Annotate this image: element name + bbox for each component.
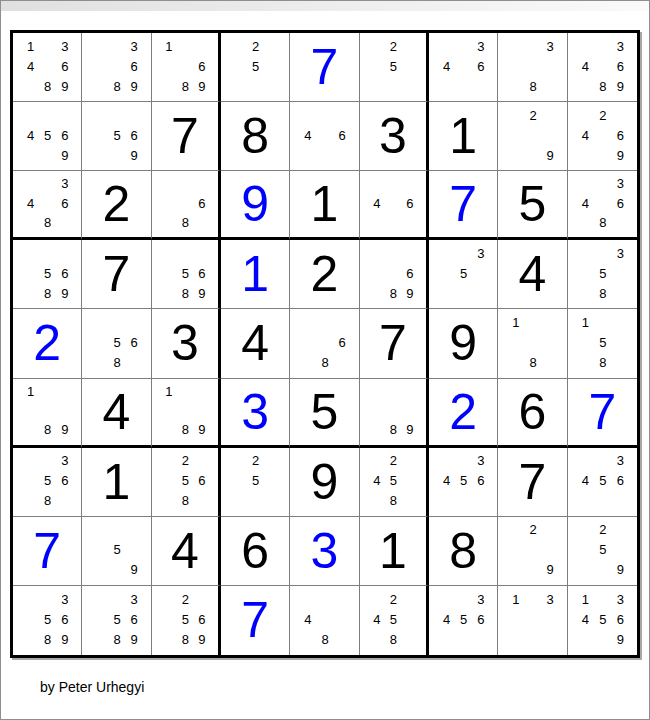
- cell-r6c3[interactable]: 189: [152, 379, 221, 448]
- given-digit: 4: [82, 379, 150, 445]
- cell-r3c4[interactable]: 9: [221, 171, 290, 240]
- candidate-slot: 6: [126, 609, 143, 629]
- cell-r1c8[interactable]: 38: [498, 33, 567, 102]
- candidate-slot: [542, 76, 559, 96]
- cell-r6c4[interactable]: 3: [221, 379, 290, 448]
- candidate-slot: 5: [39, 263, 56, 283]
- candidate-slot: [385, 76, 401, 96]
- candidate-slot: 1: [577, 312, 594, 332]
- candidate-slot: [299, 353, 316, 373]
- candidate-slot: [507, 353, 524, 373]
- candidate-slot: 6: [402, 194, 418, 213]
- candidate-slot: [22, 105, 39, 125]
- candidate-slot: [438, 283, 455, 303]
- candidate-slot: [126, 105, 143, 125]
- cell-r3c1[interactable]: 3468: [13, 171, 82, 240]
- candidate-slot: [524, 589, 541, 609]
- candidates: 46: [290, 102, 358, 170]
- candidate-slot: 5: [108, 540, 125, 560]
- candidate-slot: 6: [194, 471, 210, 491]
- cell-r9c8[interactable]: 13: [498, 586, 567, 655]
- cell-r7c2[interactable]: 1: [82, 448, 151, 517]
- candidate-slot: 5: [39, 471, 56, 491]
- candidate-slot: [230, 451, 247, 471]
- candidate-slot: 9: [126, 560, 143, 580]
- candidate-slot: [161, 401, 177, 420]
- candidate-slot: [577, 491, 594, 511]
- candidate-slot: [612, 263, 629, 283]
- candidate-slot: [299, 630, 316, 650]
- candidate-slot: 9: [56, 145, 73, 165]
- cell-r4c7[interactable]: 35: [429, 240, 498, 309]
- cell-r8c1[interactable]: 7: [13, 517, 82, 586]
- candidate-slot: 8: [39, 283, 56, 303]
- cell-r3c6[interactable]: 46: [360, 171, 429, 240]
- cell-r6c9[interactable]: 7: [568, 379, 637, 448]
- candidate-slot: 8: [39, 76, 56, 96]
- cell-r5c4[interactable]: 4: [221, 309, 290, 378]
- candidate-slot: 5: [177, 263, 193, 283]
- candidate-slot: [438, 36, 455, 56]
- given-digit: 2: [82, 171, 150, 237]
- candidate-slot: 6: [194, 194, 210, 213]
- candidate-slot: [91, 520, 108, 540]
- candidate-slot: [455, 243, 472, 263]
- candidate-slot: [594, 194, 611, 213]
- candidate-slot: [577, 283, 594, 303]
- candidate-slot: 4: [577, 56, 594, 76]
- candidate-slot: [194, 491, 210, 511]
- candidate-slot: [455, 36, 472, 56]
- cell-r2c5[interactable]: 46: [290, 102, 359, 171]
- candidate-slot: [91, 560, 108, 580]
- cell-r5c8[interactable]: 18: [498, 309, 567, 378]
- cell-r1c6[interactable]: 25: [360, 33, 429, 102]
- solved-digit: 7: [221, 586, 289, 655]
- candidate-slot: 8: [594, 283, 611, 303]
- cell-r4c4[interactable]: 1: [221, 240, 290, 309]
- candidate-slot: [39, 174, 56, 193]
- cell-r4c2[interactable]: 7: [82, 240, 151, 309]
- candidate-slot: [369, 213, 385, 232]
- candidate-slot: [334, 145, 351, 165]
- candidate-slot: [369, 401, 385, 420]
- candidate-slot: [612, 491, 629, 511]
- candidates: 29: [498, 102, 566, 170]
- candidate-slot: 8: [177, 630, 193, 650]
- candidate-slot: [177, 382, 193, 401]
- cell-r4c1[interactable]: 5689: [13, 240, 82, 309]
- candidates: 346: [429, 33, 497, 101]
- cell-r2c1[interactable]: 4569: [13, 102, 82, 171]
- candidate-slot: 8: [594, 353, 611, 373]
- candidate-slot: [247, 76, 264, 96]
- candidates: 5689: [152, 240, 218, 308]
- candidate-slot: [91, 589, 108, 609]
- cell-r2c3[interactable]: 7: [152, 102, 221, 171]
- cell-r2c7[interactable]: 1: [429, 102, 498, 171]
- given-digit: 8: [429, 517, 497, 585]
- candidates: 35: [429, 240, 497, 308]
- given-digit: 6: [498, 379, 566, 445]
- given-digit: 1: [360, 517, 426, 585]
- candidate-slot: [385, 263, 401, 283]
- candidate-slot: [594, 491, 611, 511]
- candidate-slot: [385, 382, 401, 401]
- cell-r2c9[interactable]: 2469: [568, 102, 637, 171]
- candidate-slot: 6: [402, 263, 418, 283]
- candidate-slot: [455, 76, 472, 96]
- candidate-slot: [612, 312, 629, 332]
- candidate-slot: 6: [126, 56, 143, 76]
- candidate-slot: [161, 451, 177, 471]
- candidate-slot: [91, 312, 108, 332]
- candidate-slot: [507, 332, 524, 352]
- cell-r3c3[interactable]: 68: [152, 171, 221, 240]
- cell-r4c9[interactable]: 358: [568, 240, 637, 309]
- cell-r1c1[interactable]: 134689: [13, 33, 82, 102]
- candidate-slot: [369, 243, 385, 263]
- candidate-slot: [91, 105, 108, 125]
- candidate-slot: 5: [39, 609, 56, 629]
- candidate-slot: [524, 125, 541, 145]
- candidate-slot: [594, 312, 611, 332]
- solved-digit: 2: [429, 379, 497, 445]
- cell-r6c2[interactable]: 4: [82, 379, 151, 448]
- candidate-slot: [542, 312, 559, 332]
- candidate-slot: [402, 401, 418, 420]
- candidate-slot: [438, 491, 455, 511]
- cell-r4c8[interactable]: 4: [498, 240, 567, 309]
- candidates: 68: [290, 309, 358, 377]
- candidate-slot: [177, 401, 193, 420]
- given-digit: 3: [152, 309, 218, 377]
- candidate-slot: [472, 283, 489, 303]
- cell-r9c9[interactable]: 134569: [568, 586, 637, 655]
- candidate-slot: [524, 36, 541, 56]
- cell-r8c5[interactable]: 3: [290, 517, 359, 586]
- candidate-slot: [385, 401, 401, 420]
- cell-r9c7[interactable]: 3456: [429, 586, 498, 655]
- candidates: 189: [152, 379, 218, 445]
- candidate-slot: [507, 630, 524, 650]
- candidate-slot: [402, 243, 418, 263]
- cell-r6c8[interactable]: 6: [498, 379, 567, 448]
- candidate-slot: [577, 630, 594, 650]
- candidate-slot: [56, 105, 73, 125]
- candidate-slot: 9: [402, 420, 418, 439]
- candidate-slot: [22, 609, 39, 629]
- candidate-slot: [577, 243, 594, 263]
- candidate-slot: [22, 76, 39, 96]
- candidate-slot: [334, 312, 351, 332]
- cell-r7c9[interactable]: 3456: [568, 448, 637, 517]
- candidate-slot: [402, 76, 418, 96]
- cell-r3c5[interactable]: 1: [290, 171, 359, 240]
- candidate-slot: 8: [108, 76, 125, 96]
- candidate-slot: [455, 589, 472, 609]
- candidate-slot: 3: [56, 451, 73, 471]
- cell-r2c4[interactable]: 8: [221, 102, 290, 171]
- cell-r1c9[interactable]: 34689: [568, 33, 637, 102]
- candidates: 4569: [13, 102, 81, 170]
- candidate-slot: 3: [472, 243, 489, 263]
- candidate-slot: 8: [177, 283, 193, 303]
- candidate-slot: 6: [334, 332, 351, 352]
- candidate-slot: 6: [612, 194, 629, 213]
- cell-r8c9[interactable]: 259: [568, 517, 637, 586]
- cell-r6c6[interactable]: 89: [360, 379, 429, 448]
- candidate-slot: 6: [334, 125, 351, 145]
- candidate-slot: 5: [385, 609, 401, 629]
- candidate-slot: [577, 36, 594, 56]
- cell-r9c6[interactable]: 2458: [360, 586, 429, 655]
- cell-r9c2[interactable]: 35689: [82, 586, 151, 655]
- candidate-slot: [108, 520, 125, 540]
- candidate-slot: [334, 353, 351, 373]
- given-digit: 9: [290, 448, 358, 516]
- candidate-slot: [56, 401, 73, 420]
- candidates: 29: [498, 517, 566, 585]
- cell-r2c8[interactable]: 29: [498, 102, 567, 171]
- candidates: 3468: [568, 171, 637, 237]
- candidate-slot: 9: [194, 420, 210, 439]
- candidate-slot: [22, 174, 39, 193]
- candidate-slot: [264, 76, 281, 96]
- candidate-slot: [402, 630, 418, 650]
- candidate-slot: [524, 630, 541, 650]
- candidate-slot: 8: [385, 491, 401, 511]
- candidate-slot: [455, 451, 472, 471]
- cell-r3c9[interactable]: 3468: [568, 171, 637, 240]
- candidates: 134689: [13, 33, 81, 101]
- candidate-slot: [230, 76, 247, 96]
- candidate-slot: [22, 263, 39, 283]
- cell-r7c4[interactable]: 25: [221, 448, 290, 517]
- cell-r9c1[interactable]: 35689: [13, 586, 82, 655]
- candidate-slot: [542, 353, 559, 373]
- candidate-slot: [402, 382, 418, 401]
- candidate-slot: [91, 630, 108, 650]
- candidate-slot: [264, 471, 281, 491]
- candidate-slot: 2: [385, 451, 401, 471]
- cell-r7c8[interactable]: 7: [498, 448, 567, 517]
- candidate-slot: 3: [542, 589, 559, 609]
- candidate-slot: 9: [612, 560, 629, 580]
- candidates: 34689: [568, 33, 637, 101]
- candidate-slot: [438, 243, 455, 263]
- candidate-slot: [612, 213, 629, 232]
- cell-r5c6[interactable]: 7: [360, 309, 429, 378]
- candidate-slot: 6: [126, 125, 143, 145]
- candidate-slot: 3: [542, 36, 559, 56]
- candidate-slot: [612, 520, 629, 540]
- cell-r7c7[interactable]: 3456: [429, 448, 498, 517]
- candidate-slot: 1: [22, 382, 39, 401]
- cell-r5c1[interactable]: 2: [13, 309, 82, 378]
- cell-r1c2[interactable]: 3689: [82, 33, 151, 102]
- candidate-slot: [524, 560, 541, 580]
- candidate-slot: 8: [524, 353, 541, 373]
- candidate-slot: [56, 491, 73, 511]
- candidate-slot: [177, 36, 193, 56]
- candidate-slot: [542, 540, 559, 560]
- candidate-slot: 5: [594, 332, 611, 352]
- candidate-slot: 5: [594, 263, 611, 283]
- cell-r3c8[interactable]: 5: [498, 171, 567, 240]
- cell-r8c3[interactable]: 4: [152, 517, 221, 586]
- cell-r6c1[interactable]: 189: [13, 379, 82, 448]
- candidate-slot: [334, 609, 351, 629]
- candidate-slot: 3: [126, 589, 143, 609]
- cell-r8c2[interactable]: 59: [82, 517, 151, 586]
- cell-r7c5[interactable]: 9: [290, 448, 359, 517]
- candidates: 3456: [568, 448, 637, 516]
- given-digit: 7: [82, 240, 150, 308]
- candidate-slot: 4: [438, 471, 455, 491]
- candidate-slot: 2: [177, 451, 193, 471]
- candidate-slot: 4: [22, 56, 39, 76]
- candidate-slot: [91, 36, 108, 56]
- candidate-slot: 8: [108, 630, 125, 650]
- cell-r1c7[interactable]: 346: [429, 33, 498, 102]
- candidate-slot: 4: [369, 609, 385, 629]
- candidate-slot: [577, 451, 594, 471]
- cell-r8c8[interactable]: 29: [498, 517, 567, 586]
- candidate-slot: [594, 630, 611, 650]
- candidate-slot: [507, 540, 524, 560]
- solved-digit: 7: [13, 517, 81, 585]
- solved-digit: 2: [13, 309, 81, 377]
- candidate-slot: 4: [577, 471, 594, 491]
- solved-digit: 3: [290, 517, 358, 585]
- candidate-slot: 6: [472, 56, 489, 76]
- candidate-slot: [507, 520, 524, 540]
- candidate-slot: [369, 491, 385, 511]
- candidate-slot: [507, 105, 524, 125]
- candidate-slot: [612, 283, 629, 303]
- candidate-slot: 6: [56, 263, 73, 283]
- candidates: 18: [498, 309, 566, 377]
- candidate-slot: 6: [194, 609, 210, 629]
- cell-r5c2[interactable]: 568: [82, 309, 151, 378]
- candidates: 2458: [360, 448, 426, 516]
- cell-r9c3[interactable]: 25689: [152, 586, 221, 655]
- cell-r8c4[interactable]: 6: [221, 517, 290, 586]
- candidate-slot: 9: [56, 630, 73, 650]
- cell-r6c7[interactable]: 2: [429, 379, 498, 448]
- candidates: 25689: [152, 586, 218, 655]
- candidate-slot: 8: [594, 213, 611, 232]
- candidate-slot: [402, 471, 418, 491]
- cell-r4c5[interactable]: 2: [290, 240, 359, 309]
- cell-r5c3[interactable]: 3: [152, 309, 221, 378]
- cell-r5c5[interactable]: 68: [290, 309, 359, 378]
- candidate-slot: 9: [612, 145, 629, 165]
- candidate-slot: 2: [385, 589, 401, 609]
- candidate-slot: 4: [577, 194, 594, 213]
- candidate-slot: 6: [56, 609, 73, 629]
- candidate-slot: 8: [108, 353, 125, 373]
- given-digit: 1: [82, 448, 150, 516]
- candidate-slot: [369, 56, 385, 76]
- candidate-slot: 4: [577, 125, 594, 145]
- candidate-slot: [507, 56, 524, 76]
- cell-r6c5[interactable]: 5: [290, 379, 359, 448]
- candidates: 3456: [429, 586, 497, 655]
- candidate-slot: [438, 630, 455, 650]
- cell-r7c3[interactable]: 2568: [152, 448, 221, 517]
- candidate-slot: 6: [56, 125, 73, 145]
- candidate-slot: 9: [194, 630, 210, 650]
- cell-r1c4[interactable]: 25: [221, 33, 290, 102]
- candidate-slot: [91, 353, 108, 373]
- cell-r9c4[interactable]: 7: [221, 586, 290, 655]
- candidate-slot: [126, 353, 143, 373]
- candidate-slot: [594, 125, 611, 145]
- cell-r4c3[interactable]: 5689: [152, 240, 221, 309]
- candidates: 1689: [152, 33, 218, 101]
- cell-r3c2[interactable]: 2: [82, 171, 151, 240]
- candidate-slot: [194, 243, 210, 263]
- candidates: 13: [498, 586, 566, 655]
- candidate-slot: [194, 451, 210, 471]
- candidate-slot: 1: [507, 312, 524, 332]
- cell-r5c7[interactable]: 9: [429, 309, 498, 378]
- candidate-slot: 3: [612, 243, 629, 263]
- candidate-slot: [507, 145, 524, 165]
- candidate-slot: 4: [438, 56, 455, 76]
- cell-r4c6[interactable]: 689: [360, 240, 429, 309]
- cell-r1c3[interactable]: 1689: [152, 33, 221, 102]
- candidates: 2469: [568, 102, 637, 170]
- candidate-slot: [22, 243, 39, 263]
- candidate-slot: 8: [39, 420, 56, 439]
- cell-r7c6[interactable]: 2458: [360, 448, 429, 517]
- candidate-slot: 5: [108, 125, 125, 145]
- cell-r2c6[interactable]: 3: [360, 102, 429, 171]
- candidates: 134569: [568, 586, 637, 655]
- candidate-slot: [507, 609, 524, 629]
- candidate-slot: [542, 630, 559, 650]
- candidate-slot: [264, 491, 281, 511]
- cell-r1c5[interactable]: 7: [290, 33, 359, 102]
- cell-r3c7[interactable]: 7: [429, 171, 498, 240]
- candidate-slot: 8: [385, 283, 401, 303]
- candidate-slot: 3: [472, 451, 489, 471]
- candidate-slot: [577, 540, 594, 560]
- candidate-slot: [385, 213, 401, 232]
- cell-r7c1[interactable]: 3568: [13, 448, 82, 517]
- candidate-slot: 3: [612, 451, 629, 471]
- candidate-slot: [161, 243, 177, 263]
- candidate-slot: [472, 76, 489, 96]
- cell-r5c9[interactable]: 158: [568, 309, 637, 378]
- candidate-slot: [594, 451, 611, 471]
- cell-r8c7[interactable]: 8: [429, 517, 498, 586]
- candidate-slot: [438, 76, 455, 96]
- cell-r2c2[interactable]: 569: [82, 102, 151, 171]
- candidate-slot: [316, 589, 333, 609]
- cell-r8c6[interactable]: 1: [360, 517, 429, 586]
- candidate-slot: [108, 56, 125, 76]
- cell-r9c5[interactable]: 48: [290, 586, 359, 655]
- candidate-slot: 6: [612, 56, 629, 76]
- candidate-slot: [455, 283, 472, 303]
- candidate-slot: [108, 36, 125, 56]
- candidate-slot: 9: [56, 76, 73, 96]
- candidate-slot: [612, 540, 629, 560]
